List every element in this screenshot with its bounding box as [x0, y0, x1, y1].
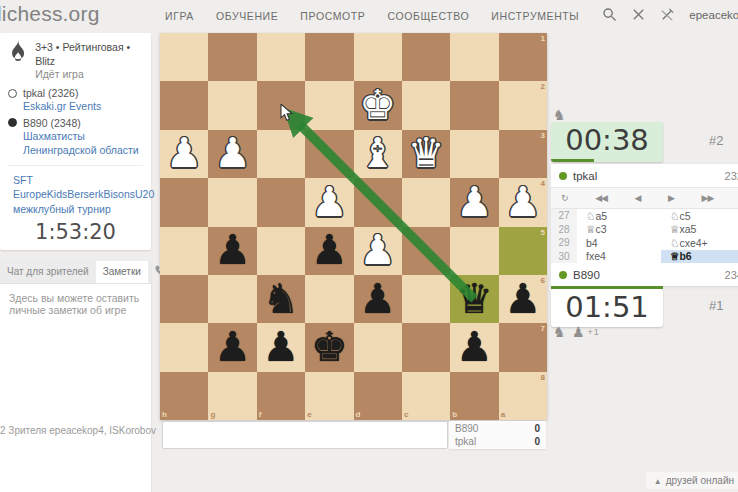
top-player-row[interactable]: tpkal 2326 — [551, 164, 738, 187]
under-board-bar: B8900tpkal0 — [162, 421, 546, 449]
move-black-29[interactable]: ♘cxe4+ — [661, 236, 738, 250]
square-a2[interactable]: 2 — [499, 81, 547, 129]
black-clock: 01:51 — [551, 289, 663, 327]
next-move-icon[interactable]: ▶ — [668, 193, 674, 203]
square-c4[interactable] — [402, 178, 450, 226]
move-list-box: tpkal 2326 ↻◀◀◀▶▶▶△ 27♘a5♘c528♕c3♕xa529b… — [551, 164, 738, 286]
first-move-icon[interactable]: ◀◀ — [595, 193, 607, 203]
square-f4[interactable] — [257, 178, 305, 226]
square-a6[interactable]: ♟6 — [499, 275, 547, 323]
black-queen-b6[interactable]: ♛ — [456, 279, 493, 320]
rank-label: 5 — [541, 229, 545, 237]
move-number: 27 — [551, 209, 577, 223]
square-h6[interactable] — [160, 275, 208, 323]
square-e5[interactable]: ♟ — [305, 227, 353, 275]
square-g5[interactable]: ♟ — [208, 227, 256, 275]
square-g4[interactable] — [208, 178, 256, 226]
white-player-name[interactable]: tpkal (2326) — [23, 87, 78, 99]
black-king-e7[interactable]: ♚ — [311, 327, 348, 368]
white-king-d2[interactable]: ♚ — [359, 85, 396, 126]
tab-spectator-chat[interactable]: Чат для зрителей — [0, 261, 96, 283]
chat-tabs: Чат для зрителей Заметки — [0, 261, 151, 284]
square-a5[interactable]: 5 — [499, 227, 547, 275]
blitz-flame-icon — [8, 40, 28, 66]
prev-move-icon[interactable]: ◀ — [635, 193, 641, 203]
bottom-player-row[interactable]: B890 2348 — [551, 263, 738, 286]
board-grid: 1♚2♟♟♝♛3♟♟♟4♟♟♟5♞♟♛♟6♟♟♚♟7hgfedcb8a — [160, 33, 547, 420]
square-h3[interactable]: ♟ — [160, 130, 208, 178]
last-move-icon[interactable]: ▶▶ — [702, 193, 714, 203]
move-list: 27♘a5♘c528♕c3♕xa529b4♘cxe4+30fxe4♕b6 — [551, 209, 738, 263]
move-row: 28♕c3♕xa5 — [551, 223, 738, 237]
move-number: 29 — [551, 236, 577, 250]
square-e6[interactable] — [305, 275, 353, 323]
bottom-player-rating: 2348 — [725, 269, 738, 281]
lichess-game-page: lichess.org ИГРАОБУЧЕНИЕПРОСМОТРСООБЩЕСТ… — [0, 0, 738, 492]
tournament-clock: 1:53:20 — [8, 220, 143, 244]
square-c7[interactable] — [402, 323, 450, 371]
crosstable-player: B890 — [455, 423, 478, 434]
square-g7[interactable]: ♟ — [208, 323, 256, 371]
flip-board-icon[interactable]: ↻ — [561, 193, 568, 203]
square-f2[interactable] — [257, 81, 305, 129]
captured-pieces-bottom: ♞ ♟+1 — [553, 324, 600, 340]
top-player-name: tpkal — [573, 170, 597, 182]
header-right: epeacekop4 — [602, 7, 738, 22]
move-black-28[interactable]: ♕xa5 — [661, 223, 738, 237]
square-c2[interactable] — [402, 81, 450, 129]
square-g3[interactable]: ♟ — [208, 130, 256, 178]
square-h8[interactable]: h — [160, 372, 208, 420]
black-pawn-g5[interactable]: ♟ — [214, 230, 251, 271]
rank-label: 7 — [541, 325, 545, 333]
online-dot — [559, 172, 567, 180]
move-row: 29b4♘cxe4+ — [551, 236, 738, 250]
move-number: 28 — [551, 223, 577, 237]
square-e8[interactable]: e — [305, 372, 353, 420]
square-b1[interactable] — [450, 33, 498, 81]
notes-textarea[interactable] — [0, 284, 151, 489]
square-a1[interactable]: 1 — [499, 33, 547, 81]
square-c5[interactable] — [402, 227, 450, 275]
white-time-bar — [551, 159, 594, 162]
white-clock: 00:38 — [551, 122, 663, 162]
square-f1[interactable] — [257, 33, 305, 81]
square-e3[interactable] — [305, 130, 353, 178]
chat-box: Чат для зрителей Заметки — [0, 261, 151, 492]
square-e7[interactable]: ♚ — [305, 323, 353, 371]
square-h1[interactable] — [160, 33, 208, 81]
material-advantage: +1 — [588, 327, 600, 337]
square-a3[interactable]: 3 — [499, 130, 547, 178]
file-label: f — [259, 411, 262, 419]
expand-triangle-icon: ▲ — [654, 477, 662, 486]
square-f6[interactable]: ♞ — [257, 275, 305, 323]
move-keyboard-input[interactable] — [162, 421, 448, 449]
crosstable-score: 0 — [534, 423, 540, 434]
black-pawn-g7[interactable]: ♟ — [214, 327, 251, 368]
crosstable-row: B8900 — [449, 422, 546, 435]
square-b5[interactable] — [450, 227, 498, 275]
file-label: b — [452, 411, 457, 419]
white-pawn-h3[interactable]: ♟ — [166, 133, 203, 174]
square-b3[interactable] — [450, 130, 498, 178]
top-header: lichess.org ИГРАОБУЧЕНИЕПРОСМОТРСООБЩЕСТ… — [0, 0, 738, 28]
square-f3[interactable] — [257, 130, 305, 178]
square-f8[interactable]: f — [257, 372, 305, 420]
logged-in-username[interactable]: epeacekop4 — [689, 9, 738, 21]
close-icon[interactable] — [631, 7, 646, 22]
crosstable-score: 0 — [534, 436, 540, 447]
move-black-30[interactable]: ♕b6 — [661, 250, 738, 264]
white-pawn-d5[interactable]: ♟ — [359, 230, 396, 271]
game-setup-label: 3+3 • Рейтинговая • Blitz — [35, 40, 143, 68]
white-pawn-g3[interactable]: ♟ — [214, 133, 251, 174]
square-g6[interactable] — [208, 275, 256, 323]
file-label: g — [210, 411, 215, 419]
white-player-row: tpkal (2326) — [8, 87, 143, 99]
top-player-rating: 2326 — [725, 170, 738, 182]
square-d2[interactable]: ♚ — [354, 81, 402, 129]
move-white-28[interactable]: ♕c3 — [577, 223, 661, 237]
square-g8[interactable]: g — [208, 372, 256, 420]
left-sidebar: 3+3 • Рейтинговая • Blitz Идёт игра tpka… — [0, 33, 151, 492]
crosstable-row: tpkal0 — [449, 435, 546, 448]
square-b4[interactable]: ♟ — [450, 178, 498, 226]
black-pawn-f7[interactable]: ♟ — [263, 327, 300, 368]
square-h4[interactable] — [160, 178, 208, 226]
square-d6[interactable]: ♟ — [354, 275, 402, 323]
nav-item[interactable]: ПРОСМОТР — [300, 10, 365, 22]
file-label: c — [404, 411, 408, 419]
search-icon[interactable] — [602, 7, 617, 22]
nav-item[interactable]: СООБЩЕСТВО — [387, 10, 469, 22]
rank-label: 6 — [541, 277, 545, 285]
square-b2[interactable] — [450, 81, 498, 129]
file-label: e — [307, 411, 311, 419]
black-color-icon — [8, 118, 17, 127]
square-a4[interactable]: ♟4 — [499, 178, 547, 226]
square-c1[interactable] — [402, 33, 450, 81]
game-side-panel: ♞ 00:38 #2 tpkal 2326 ↻◀◀◀▶▶▶△ 27♘a5♘c52… — [551, 108, 738, 368]
challenge-icon[interactable] — [660, 7, 675, 22]
black-team-link[interactable]: Шахматисты Ленинградской области — [23, 130, 143, 157]
lichess-logo[interactable]: lichess.org — [0, 2, 100, 26]
square-d1[interactable] — [354, 33, 402, 81]
square-d7[interactable] — [354, 323, 402, 371]
square-d5[interactable]: ♟ — [354, 227, 402, 275]
black-pawn-e5[interactable]: ♟ — [311, 230, 348, 271]
square-e2[interactable] — [305, 81, 353, 129]
black-pawn-a6[interactable]: ♟ — [504, 279, 541, 320]
online-dot — [559, 271, 567, 279]
nav-item[interactable]: ОБУЧЕНИЕ — [216, 10, 278, 22]
square-c8[interactable]: c — [402, 372, 450, 420]
white-team-link[interactable]: Eskaki.gr Events — [23, 100, 143, 114]
square-f7[interactable]: ♟ — [257, 323, 305, 371]
file-label: h — [162, 411, 167, 419]
captured-pieces-top: ♞ — [553, 107, 567, 123]
white-tournament-rank: #2 — [709, 133, 723, 148]
square-b6[interactable]: ♛ — [450, 275, 498, 323]
main-nav: ИГРАОБУЧЕНИЕПРОСМОТРСООБЩЕСТВОИНСТРУМЕНТ… — [165, 10, 579, 22]
white-color-icon — [8, 89, 17, 98]
square-d4[interactable] — [354, 178, 402, 226]
game-status-label: Идёт игра — [35, 68, 143, 80]
square-h2[interactable] — [160, 81, 208, 129]
move-row: 27♘a5♘c5 — [551, 209, 738, 223]
friends-online-bar[interactable]: ▲друзей онлайн — [646, 472, 738, 489]
black-tournament-rank: #1 — [709, 298, 723, 313]
black-pawn-d6[interactable]: ♟ — [359, 279, 396, 320]
tournament-link[interactable]: SFT EuropeKidsBerserkBisonsU20 межклубны… — [13, 173, 154, 216]
white-pawn-e4[interactable]: ♟ — [311, 182, 348, 223]
black-player-row: B890 (2348) — [8, 117, 143, 129]
file-label: a — [501, 411, 505, 419]
square-a7[interactable]: 7 — [499, 323, 547, 371]
black-player-name[interactable]: B890 (2348) — [23, 117, 81, 129]
square-h7[interactable] — [160, 323, 208, 371]
square-e1[interactable] — [305, 33, 353, 81]
square-c6[interactable] — [402, 275, 450, 323]
rank-label: 2 — [541, 83, 545, 91]
chess-board: 1♚2♟♟♝♛3♟♟♟4♟♟♟5♞♟♛♟6♟♟♚♟7hgfedcb8a — [160, 33, 547, 420]
rank-label: 3 — [541, 132, 545, 140]
square-g1[interactable] — [208, 33, 256, 81]
square-h5[interactable] — [160, 227, 208, 275]
game-meta-box: 3+3 • Рейтинговая • Blitz Идёт игра tpka… — [0, 33, 151, 250]
bottom-player-name: B890 — [573, 269, 600, 281]
spectators-line[interactable]: 2 Зрителя epeacekop4, ISKorobov — [0, 425, 156, 436]
crosstable-player: tpkal — [455, 436, 476, 447]
nav-item[interactable]: ИНСТРУМЕНТЫ — [491, 10, 579, 22]
white-pawn-b4[interactable]: ♟ — [456, 182, 493, 223]
square-d3[interactable]: ♝ — [354, 130, 402, 178]
square-a8[interactable]: 8a — [499, 372, 547, 420]
black-knight-f6[interactable]: ♞ — [263, 279, 300, 320]
move-white-29[interactable]: b4 — [577, 236, 661, 250]
crosstable[interactable]: B8900tpkal0 — [449, 421, 546, 449]
move-number: 30 — [551, 250, 577, 264]
move-nav-toolbar: ↻◀◀◀▶▶▶△ — [551, 187, 738, 209]
move-white-27[interactable]: ♘a5 — [577, 209, 661, 223]
square-e4[interactable]: ♟ — [305, 178, 353, 226]
rank-label: 4 — [541, 180, 545, 188]
rank-label: 8 — [541, 374, 545, 382]
square-d8[interactable]: d — [354, 372, 402, 420]
file-label: d — [356, 411, 361, 419]
move-black-27[interactable]: ♘c5 — [661, 209, 738, 223]
rank-label: 1 — [541, 35, 545, 43]
black-pawn-b7[interactable]: ♟ — [456, 327, 493, 368]
white-bishop-d3[interactable]: ♝ — [359, 133, 396, 174]
nav-item[interactable]: ИГРА — [165, 10, 194, 22]
move-white-30[interactable]: fxe4 — [577, 250, 661, 264]
white-queen-c3[interactable]: ♛ — [408, 133, 445, 174]
square-b8[interactable]: b — [450, 372, 498, 420]
tab-notes[interactable]: Заметки — [96, 261, 148, 283]
square-c3[interactable]: ♛ — [402, 130, 450, 178]
square-g2[interactable] — [208, 81, 256, 129]
square-f5[interactable] — [257, 227, 305, 275]
move-row: 30fxe4♕b6 — [551, 250, 738, 264]
white-pawn-a4[interactable]: ♟ — [504, 182, 541, 223]
square-b7[interactable]: ♟ — [450, 323, 498, 371]
